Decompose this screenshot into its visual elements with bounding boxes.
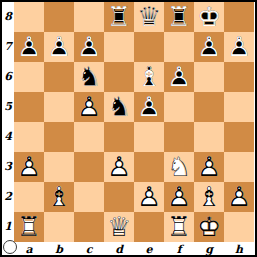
square-f2[interactable]: ♟♙ (164, 182, 194, 212)
square-b7[interactable]: ♟♙ (44, 32, 74, 62)
file-label-b: b (44, 243, 74, 256)
square-g2[interactable]: ♝♗ (194, 182, 224, 212)
square-c1[interactable] (74, 212, 104, 242)
square-e2[interactable]: ♟♙ (134, 182, 164, 212)
rank-label-7: 7 (2, 32, 14, 62)
square-e4[interactable] (134, 122, 164, 152)
square-g5[interactable] (194, 92, 224, 122)
square-h8[interactable] (224, 2, 254, 32)
square-a2[interactable] (14, 182, 44, 212)
square-b8[interactable] (44, 2, 74, 32)
white-pawn-piece: ♟♙ (74, 92, 104, 122)
square-b2[interactable]: ♝♗ (44, 182, 74, 212)
file-label-f: f (164, 243, 194, 256)
white-to-move-indicator (3, 240, 17, 254)
square-g8[interactable]: ♚♔ (194, 2, 224, 32)
black-pawn-piece: ♟♙ (14, 32, 44, 62)
white-pawn-piece: ♟♙ (104, 152, 134, 182)
black-pawn-piece: ♟♙ (44, 32, 74, 62)
black-knight-piece: ♞♘ (74, 62, 104, 92)
square-a8[interactable] (14, 2, 44, 32)
square-e3[interactable] (134, 152, 164, 182)
square-f8[interactable]: ♜♖ (164, 2, 194, 32)
square-f4[interactable] (164, 122, 194, 152)
square-h7[interactable]: ♟♙ (224, 32, 254, 62)
chess-board: ♜♖♛♕♜♖♚♔♟♙♟♙♟♙♟♙♟♙♞♘♝♗♟♙♟♙♞♘♟♙♟♙♟♙♞♘♟♙♝♗… (14, 2, 254, 242)
square-f6[interactable]: ♟♙ (164, 62, 194, 92)
black-pawn-piece: ♟♙ (194, 32, 224, 62)
square-a5[interactable] (14, 92, 44, 122)
square-c8[interactable] (74, 2, 104, 32)
file-label-d: d (104, 243, 134, 256)
rank-label-4: 4 (2, 122, 14, 152)
square-c4[interactable] (74, 122, 104, 152)
rank-label-2: 2 (2, 182, 14, 212)
square-h5[interactable] (224, 92, 254, 122)
square-c3[interactable] (74, 152, 104, 182)
white-pawn-piece: ♟♙ (224, 182, 254, 212)
file-label-e: e (134, 243, 164, 256)
square-d6[interactable] (104, 62, 134, 92)
rank-label-5: 5 (2, 92, 14, 122)
black-knight-piece: ♞♘ (104, 92, 134, 122)
square-d2[interactable] (104, 182, 134, 212)
white-bishop-piece: ♝♗ (194, 182, 224, 212)
file-label-g: g (194, 243, 224, 256)
square-b1[interactable] (44, 212, 74, 242)
square-f5[interactable] (164, 92, 194, 122)
square-h6[interactable] (224, 62, 254, 92)
white-queen-piece: ♛♕ (104, 212, 134, 242)
square-c7[interactable]: ♟♙ (74, 32, 104, 62)
square-f7[interactable] (164, 32, 194, 62)
square-a3[interactable]: ♟♙ (14, 152, 44, 182)
white-knight-piece: ♞♘ (164, 152, 194, 182)
square-b5[interactable] (44, 92, 74, 122)
square-h4[interactable] (224, 122, 254, 152)
rank-labels: 87654321 (2, 2, 14, 242)
square-g6[interactable] (194, 62, 224, 92)
white-pawn-piece: ♟♙ (164, 182, 194, 212)
square-g4[interactable] (194, 122, 224, 152)
square-d8[interactable]: ♜♖ (104, 2, 134, 32)
square-b3[interactable] (44, 152, 74, 182)
square-e7[interactable] (134, 32, 164, 62)
square-e6[interactable]: ♝♗ (134, 62, 164, 92)
file-label-c: c (74, 243, 104, 256)
black-king-piece: ♚♔ (194, 2, 224, 32)
white-rook-piece: ♜♖ (14, 212, 44, 242)
chess-diagram: 87654321 ♜♖♛♕♜♖♚♔♟♙♟♙♟♙♟♙♟♙♞♘♝♗♟♙♟♙♞♘♟♙♟… (0, 0, 257, 257)
square-h2[interactable]: ♟♙ (224, 182, 254, 212)
file-label-a: a (14, 243, 44, 256)
square-d4[interactable] (104, 122, 134, 152)
rank-label-6: 6 (2, 62, 14, 92)
square-e1[interactable] (134, 212, 164, 242)
black-pawn-piece: ♟♙ (134, 92, 164, 122)
square-d5[interactable]: ♞♘ (104, 92, 134, 122)
white-rook-piece: ♜♖ (164, 212, 194, 242)
black-pawn-piece: ♟♙ (164, 62, 194, 92)
file-labels: abcdefgh (14, 243, 254, 256)
black-rook-piece: ♜♖ (164, 2, 194, 32)
white-bishop-piece: ♝♗ (44, 182, 74, 212)
square-f3[interactable]: ♞♘ (164, 152, 194, 182)
white-pawn-piece: ♟♙ (134, 182, 164, 212)
square-c6[interactable]: ♞♘ (74, 62, 104, 92)
white-king-piece: ♚♔ (194, 212, 224, 242)
square-a7[interactable]: ♟♙ (14, 32, 44, 62)
square-a1[interactable]: ♜♖ (14, 212, 44, 242)
square-c5[interactable]: ♟♙ (74, 92, 104, 122)
rank-label-3: 3 (2, 152, 14, 182)
file-label-h: h (224, 243, 254, 256)
square-g7[interactable]: ♟♙ (194, 32, 224, 62)
black-bishop-piece: ♝♗ (134, 62, 164, 92)
square-b4[interactable] (44, 122, 74, 152)
square-e8[interactable]: ♛♕ (134, 2, 164, 32)
square-h3[interactable] (224, 152, 254, 182)
black-rook-piece: ♜♖ (104, 2, 134, 32)
white-pawn-piece: ♟♙ (14, 152, 44, 182)
rank-label-1: 1 (2, 212, 14, 242)
square-d7[interactable] (104, 32, 134, 62)
square-d3[interactable]: ♟♙ (104, 152, 134, 182)
square-c2[interactable] (74, 182, 104, 212)
black-pawn-piece: ♟♙ (224, 32, 254, 62)
square-e5[interactable]: ♟♙ (134, 92, 164, 122)
rank-label-8: 8 (2, 2, 14, 32)
square-h1[interactable] (224, 212, 254, 242)
square-d1[interactable]: ♛♕ (104, 212, 134, 242)
square-b6[interactable] (44, 62, 74, 92)
square-a6[interactable] (14, 62, 44, 92)
white-pawn-piece: ♟♙ (194, 152, 224, 182)
square-a4[interactable] (14, 122, 44, 152)
black-queen-piece: ♛♕ (134, 2, 164, 32)
square-g1[interactable]: ♚♔ (194, 212, 224, 242)
square-g3[interactable]: ♟♙ (194, 152, 224, 182)
square-f1[interactable]: ♜♖ (164, 212, 194, 242)
black-pawn-piece: ♟♙ (74, 32, 104, 62)
